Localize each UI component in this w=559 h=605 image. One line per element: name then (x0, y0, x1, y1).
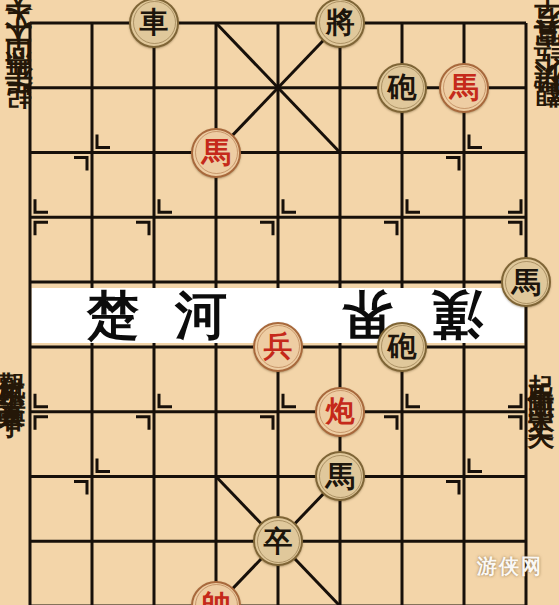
piece-black-cannon[interactable]: 砲 (377, 322, 427, 372)
xiangqi-game-screen: 楚河 漢界 起手無回大丈夫 觀棋不語真君子 觀棋不語真君子 起手無回大丈夫 車將… (0, 0, 559, 605)
margin-left-top-proverb: 起手無回大丈夫 (0, 28, 30, 133)
piece-red-general[interactable]: 帥 (191, 581, 241, 605)
piece-glyph: 車 (140, 8, 169, 37)
site-watermark: 游侠网 (477, 553, 543, 580)
piece-red-horse[interactable]: 馬 (439, 63, 489, 113)
piece-glyph: 兵 (264, 332, 293, 361)
piece-glyph: 馬 (512, 268, 541, 297)
margin-right-top-proverb: 觀棋不語真君子 (529, 26, 559, 131)
piece-black-cannon[interactable]: 砲 (377, 63, 427, 113)
piece-glyph: 卒 (264, 527, 293, 556)
piece-glyph: 馬 (450, 73, 479, 102)
piece-black-general[interactable]: 將 (315, 0, 365, 48)
piece-black-horse[interactable]: 馬 (501, 257, 551, 307)
piece-black-soldier[interactable]: 卒 (253, 516, 303, 566)
piece-red-cannon[interactable]: 炮 (315, 387, 365, 437)
margin-left-bottom-proverb: 觀棋不語真君子 (0, 350, 30, 399)
river-label-chu-he: 楚河 (87, 286, 263, 344)
piece-black-horse[interactable]: 馬 (315, 451, 365, 501)
margin-right-bottom-proverb: 起手無回大丈夫 (529, 352, 559, 408)
piece-glyph: 炮 (326, 397, 355, 426)
piece-glyph: 帥 (202, 591, 231, 605)
piece-red-horse[interactable]: 馬 (191, 128, 241, 178)
piece-red-soldier[interactable]: 兵 (253, 322, 303, 372)
piece-glyph: 將 (326, 8, 355, 37)
piece-glyph: 砲 (388, 73, 417, 102)
piece-glyph: 馬 (326, 462, 355, 491)
piece-glyph: 砲 (388, 332, 417, 361)
piece-black-chariot[interactable]: 車 (129, 0, 179, 48)
piece-glyph: 馬 (202, 138, 231, 167)
